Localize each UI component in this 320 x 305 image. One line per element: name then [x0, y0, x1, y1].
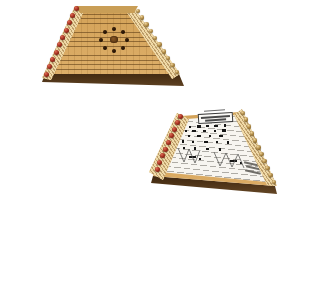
brass-tuning-pin — [170, 63, 175, 68]
brass-tuning-pin — [153, 36, 158, 41]
brass-tuning-pin — [265, 166, 270, 171]
back-right-pins — [148, 103, 278, 199]
brass-tuning-pin — [175, 70, 180, 75]
brass-tuning-pin — [144, 22, 149, 27]
brass-tuning-pin — [149, 29, 154, 34]
brass-tuning-pin — [272, 180, 277, 185]
brass-tuning-pin — [241, 111, 246, 116]
brass-tuning-pin — [256, 145, 261, 150]
brass-tuning-pin — [253, 138, 258, 143]
brass-tuning-pin — [166, 56, 171, 61]
front-right-pins — [42, 0, 188, 94]
brass-tuning-pin — [259, 152, 264, 157]
brass-tuning-pin — [157, 42, 162, 47]
brass-tuning-pin — [250, 131, 255, 136]
brass-tuning-pin — [140, 15, 145, 20]
brass-tuning-pin — [162, 49, 167, 54]
brass-tuning-pin — [247, 124, 252, 129]
product-photo-lap-harps — [42, 0, 278, 305]
brass-tuning-pin — [268, 173, 273, 178]
lap-harp-with-song-sheet — [148, 103, 278, 199]
lap-harp-plain — [42, 0, 188, 94]
brass-tuning-pin — [136, 9, 141, 14]
brass-tuning-pin — [262, 159, 267, 164]
brass-tuning-pin — [244, 117, 249, 122]
